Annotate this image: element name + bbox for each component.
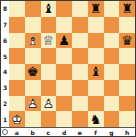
black-rook-piece[interactable]: ♜ bbox=[88, 1, 104, 17]
square-e2[interactable] bbox=[72, 96, 88, 112]
square-e8[interactable] bbox=[72, 1, 88, 17]
black-knight-piece[interactable]: ♞ bbox=[88, 111, 104, 127]
black-knight-glyph: ♞ bbox=[88, 111, 104, 127]
square-c8[interactable]: ♝ bbox=[41, 1, 57, 17]
square-e3[interactable] bbox=[72, 80, 88, 96]
square-b1[interactable] bbox=[25, 111, 41, 127]
square-b5[interactable] bbox=[25, 48, 41, 64]
rank-labels-strip: 87654321 bbox=[1, 1, 9, 127]
square-a7[interactable] bbox=[9, 17, 25, 33]
black-pawn-glyph: ♟ bbox=[56, 33, 72, 49]
rank-label-7: 7 bbox=[1, 17, 9, 33]
square-h5[interactable] bbox=[119, 48, 135, 64]
black-bishop-glyph: ♝ bbox=[88, 64, 104, 80]
square-h8[interactable]: ♜ bbox=[119, 1, 135, 17]
square-d2[interactable] bbox=[56, 96, 72, 112]
square-d4[interactable] bbox=[56, 64, 72, 80]
file-label-d: d bbox=[56, 128, 72, 136]
square-f6[interactable] bbox=[88, 33, 104, 49]
square-f5[interactable] bbox=[88, 48, 104, 64]
square-h1[interactable] bbox=[119, 111, 135, 127]
rank-label-1: 1 bbox=[1, 111, 9, 127]
square-b6[interactable]: ♝♗ bbox=[25, 33, 41, 49]
square-d8[interactable] bbox=[56, 1, 72, 17]
white-bishop-fill: ♝ bbox=[25, 33, 41, 49]
square-f7[interactable] bbox=[88, 17, 104, 33]
square-h6[interactable]: ♛ bbox=[119, 33, 135, 49]
file-label-a: a bbox=[9, 128, 25, 136]
square-d5[interactable] bbox=[56, 48, 72, 64]
side-to-move-indicator bbox=[2, 129, 8, 135]
square-h7[interactable] bbox=[119, 17, 135, 33]
rank-label-4: 4 bbox=[1, 64, 9, 80]
black-king-glyph: ♚ bbox=[25, 64, 41, 80]
rank-label-2: 2 bbox=[1, 96, 9, 112]
file-labels: abcdefgh bbox=[9, 128, 135, 136]
square-f1[interactable]: ♞ bbox=[88, 111, 104, 127]
square-b3[interactable] bbox=[25, 80, 41, 96]
white-king-piece[interactable]: ♚♔ bbox=[9, 111, 25, 127]
square-c2[interactable]: ♟♙ bbox=[41, 96, 57, 112]
square-b2[interactable]: ♟♙ bbox=[25, 96, 41, 112]
white-king-outline: ♔ bbox=[9, 111, 25, 127]
square-g1[interactable] bbox=[104, 111, 120, 127]
white-pawn-outline: ♙ bbox=[25, 96, 41, 112]
square-c7[interactable] bbox=[41, 17, 57, 33]
black-queen-piece[interactable]: ♛ bbox=[119, 33, 135, 49]
white-queen-outline: ♕ bbox=[41, 33, 57, 49]
square-b7[interactable] bbox=[25, 17, 41, 33]
black-bishop-piece[interactable]: ♝ bbox=[41, 1, 57, 17]
square-f3[interactable] bbox=[88, 80, 104, 96]
square-h4[interactable] bbox=[119, 64, 135, 80]
file-label-f: f bbox=[88, 128, 104, 136]
black-bishop-glyph: ♝ bbox=[41, 1, 57, 17]
rank-label-3: 3 bbox=[1, 80, 9, 96]
white-queen-piece[interactable]: ♛♕ bbox=[41, 33, 57, 49]
square-f2[interactable] bbox=[88, 96, 104, 112]
square-a1[interactable]: ♚♔ bbox=[9, 111, 25, 127]
square-a4[interactable] bbox=[9, 64, 25, 80]
square-g3[interactable] bbox=[104, 80, 120, 96]
file-labels-strip: abcdefgh bbox=[1, 127, 135, 136]
square-g4[interactable] bbox=[104, 64, 120, 80]
square-a6[interactable] bbox=[9, 33, 25, 49]
square-c1[interactable] bbox=[41, 111, 57, 127]
chess-board-widget: 87654321 ♝♜♜♝♗♛♕♟♛♚♝♟♙♟♙♚♔♞ abcdefgh bbox=[0, 0, 136, 137]
rank-label-5: 5 bbox=[1, 48, 9, 64]
file-label-b: b bbox=[25, 128, 41, 136]
rank-label-6: 6 bbox=[1, 33, 9, 49]
square-d3[interactable] bbox=[56, 80, 72, 96]
white-pawn-fill: ♟ bbox=[41, 96, 57, 112]
chess-board[interactable]: ♝♜♜♝♗♛♕♟♛♚♝♟♙♟♙♚♔♞ bbox=[9, 1, 135, 127]
white-queen-fill: ♛ bbox=[41, 33, 57, 49]
square-f8[interactable]: ♜ bbox=[88, 1, 104, 17]
black-pawn-piece[interactable]: ♟ bbox=[56, 33, 72, 49]
square-a3[interactable] bbox=[9, 80, 25, 96]
square-g5[interactable] bbox=[104, 48, 120, 64]
black-rook-glyph: ♜ bbox=[119, 1, 135, 17]
square-c5[interactable] bbox=[41, 48, 57, 64]
square-e7[interactable] bbox=[72, 17, 88, 33]
square-a5[interactable] bbox=[9, 48, 25, 64]
square-h3[interactable] bbox=[119, 80, 135, 96]
white-pawn-outline: ♙ bbox=[41, 96, 57, 112]
file-label-h: h bbox=[119, 128, 135, 136]
square-d1[interactable] bbox=[56, 111, 72, 127]
square-c3[interactable] bbox=[41, 80, 57, 96]
square-a8[interactable] bbox=[9, 1, 25, 17]
file-label-e: e bbox=[72, 128, 88, 136]
square-g7[interactable] bbox=[104, 17, 120, 33]
white-pawn-piece[interactable]: ♟♙ bbox=[25, 96, 41, 112]
square-e4[interactable] bbox=[72, 64, 88, 80]
square-e6[interactable] bbox=[72, 33, 88, 49]
file-label-g: g bbox=[104, 128, 120, 136]
rank-label-8: 8 bbox=[1, 1, 9, 17]
white-bishop-piece[interactable]: ♝♗ bbox=[25, 33, 41, 49]
white-king-fill: ♚ bbox=[9, 111, 25, 127]
black-rook-glyph: ♜ bbox=[88, 1, 104, 17]
square-b8[interactable] bbox=[25, 1, 41, 17]
file-label-c: c bbox=[41, 128, 57, 136]
black-king-piece[interactable]: ♚ bbox=[25, 64, 41, 80]
square-b4[interactable]: ♚ bbox=[25, 64, 41, 80]
black-queen-glyph: ♛ bbox=[119, 33, 135, 49]
square-a2[interactable] bbox=[9, 96, 25, 112]
square-c6[interactable]: ♛♕ bbox=[41, 33, 57, 49]
square-c4[interactable] bbox=[41, 64, 57, 80]
square-g2[interactable] bbox=[104, 96, 120, 112]
white-pawn-piece[interactable]: ♟♙ bbox=[41, 96, 57, 112]
white-pawn-fill: ♟ bbox=[25, 96, 41, 112]
black-rook-piece[interactable]: ♜ bbox=[119, 1, 135, 17]
square-g6[interactable] bbox=[104, 33, 120, 49]
square-e5[interactable] bbox=[72, 48, 88, 64]
square-g8[interactable] bbox=[104, 1, 120, 17]
black-bishop-piece[interactable]: ♝ bbox=[88, 64, 104, 80]
square-e1[interactable] bbox=[72, 111, 88, 127]
square-d7[interactable] bbox=[56, 17, 72, 33]
square-h2[interactable] bbox=[119, 96, 135, 112]
white-bishop-outline: ♗ bbox=[25, 33, 41, 49]
square-f4[interactable]: ♝ bbox=[88, 64, 104, 80]
square-d6[interactable]: ♟ bbox=[56, 33, 72, 49]
